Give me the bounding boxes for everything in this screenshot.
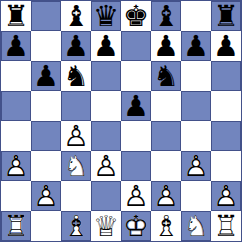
square-c6[interactable]: ♞	[61, 61, 91, 91]
square-g1[interactable]: ♞♘	[181, 211, 211, 241]
white-knight-outline: ♘	[61, 151, 91, 181]
white-pawn-outline: ♙	[211, 181, 241, 211]
black-pawn[interactable]: ♟	[181, 31, 211, 61]
white-pawn[interactable]: ♟♙	[1, 151, 31, 181]
square-h8[interactable]: ♜	[211, 1, 241, 31]
white-queen[interactable]: ♛♕	[91, 211, 121, 241]
white-pawn-outline: ♙	[121, 181, 151, 211]
black-pawn[interactable]: ♟	[121, 91, 151, 121]
white-bishop-outline: ♗	[151, 211, 181, 241]
square-d4[interactable]	[91, 121, 121, 151]
square-e4[interactable]	[121, 121, 151, 151]
square-h1[interactable]: ♜♖	[211, 211, 241, 241]
black-pawn[interactable]: ♟	[211, 31, 241, 61]
square-d3[interactable]: ♟♙	[91, 151, 121, 181]
black-pawn[interactable]: ♟	[61, 31, 91, 61]
square-f4[interactable]	[151, 121, 181, 151]
white-pawn-outline: ♙	[61, 121, 91, 151]
square-b8[interactable]	[31, 1, 61, 31]
square-e8[interactable]: ♚	[121, 1, 151, 31]
square-c2[interactable]	[61, 181, 91, 211]
square-f1[interactable]: ♝♗	[151, 211, 181, 241]
black-queen[interactable]: ♛	[91, 1, 121, 31]
white-king-outline: ♔	[121, 211, 151, 241]
white-pawn-outline: ♙	[31, 181, 61, 211]
white-pawn[interactable]: ♟♙	[211, 181, 241, 211]
square-f3[interactable]	[151, 151, 181, 181]
black-knight[interactable]: ♞	[61, 61, 91, 91]
black-pawn[interactable]: ♟	[1, 31, 31, 61]
square-a4[interactable]	[1, 121, 31, 151]
square-g6[interactable]	[181, 61, 211, 91]
black-rook[interactable]: ♜	[211, 1, 241, 31]
white-knight-outline: ♘	[181, 211, 211, 241]
square-g3[interactable]: ♟♙	[181, 151, 211, 181]
square-h7[interactable]: ♟	[211, 31, 241, 61]
square-a3[interactable]: ♟♙	[1, 151, 31, 181]
square-a1[interactable]: ♜♖	[1, 211, 31, 241]
white-king[interactable]: ♚♔	[121, 211, 151, 241]
white-rook-outline: ♖	[1, 211, 31, 241]
black-rook[interactable]: ♜	[1, 1, 31, 31]
black-pawn[interactable]: ♟	[31, 61, 61, 91]
square-a2[interactable]	[1, 181, 31, 211]
black-king[interactable]: ♚	[121, 1, 151, 31]
square-d8[interactable]: ♛	[91, 1, 121, 31]
square-a5[interactable]	[1, 91, 31, 121]
white-pawn[interactable]: ♟♙	[31, 181, 61, 211]
white-rook[interactable]: ♜♖	[1, 211, 31, 241]
square-g7[interactable]: ♟	[181, 31, 211, 61]
square-f6[interactable]: ♞	[151, 61, 181, 91]
black-pawn[interactable]: ♟	[91, 31, 121, 61]
square-b4[interactable]	[31, 121, 61, 151]
black-pawn[interactable]: ♟	[151, 31, 181, 61]
white-pawn[interactable]: ♟♙	[91, 151, 121, 181]
white-pawn[interactable]: ♟♙	[121, 181, 151, 211]
square-b1[interactable]	[31, 211, 61, 241]
square-h4[interactable]	[211, 121, 241, 151]
white-rook[interactable]: ♜♖	[211, 211, 241, 241]
white-knight[interactable]: ♞♘	[61, 151, 91, 181]
square-c4[interactable]: ♟♙	[61, 121, 91, 151]
square-e6[interactable]	[121, 61, 151, 91]
square-a8[interactable]: ♜	[1, 1, 31, 31]
square-c8[interactable]: ♝	[61, 1, 91, 31]
square-g4[interactable]	[181, 121, 211, 151]
black-bishop[interactable]: ♝	[61, 1, 91, 31]
square-g8[interactable]	[181, 1, 211, 31]
white-bishop[interactable]: ♝♗	[151, 211, 181, 241]
white-bishop-outline: ♗	[61, 211, 91, 241]
black-knight[interactable]: ♞	[151, 61, 181, 91]
chess-board: ♜♝♛♚♝♜♟♟♟♟♟♟♟♞♞♟♟♙♟♙♞♘♟♙♟♙♟♙♟♙♟♙♟♙♜♖♝♗♛♕…	[0, 0, 242, 242]
square-b3[interactable]	[31, 151, 61, 181]
square-d2[interactable]	[91, 181, 121, 211]
square-e2[interactable]: ♟♙	[121, 181, 151, 211]
white-rook-outline: ♖	[211, 211, 241, 241]
white-pawn-outline: ♙	[91, 151, 121, 181]
white-pawn[interactable]: ♟♙	[181, 151, 211, 181]
square-g2[interactable]	[181, 181, 211, 211]
white-pawn-outline: ♙	[181, 151, 211, 181]
white-queen-outline: ♕	[91, 211, 121, 241]
square-d5[interactable]	[91, 91, 121, 121]
white-bishop[interactable]: ♝♗	[61, 211, 91, 241]
square-f7[interactable]: ♟	[151, 31, 181, 61]
square-b7[interactable]	[31, 31, 61, 61]
black-bishop[interactable]: ♝	[151, 1, 181, 31]
square-d6[interactable]	[91, 61, 121, 91]
square-e3[interactable]	[121, 151, 151, 181]
square-e5[interactable]: ♟	[121, 91, 151, 121]
square-h2[interactable]: ♟♙	[211, 181, 241, 211]
square-a6[interactable]	[1, 61, 31, 91]
square-c1[interactable]: ♝♗	[61, 211, 91, 241]
white-pawn[interactable]: ♟♙	[151, 181, 181, 211]
white-knight[interactable]: ♞♘	[181, 211, 211, 241]
square-d7[interactable]: ♟	[91, 31, 121, 61]
white-pawn-outline: ♙	[1, 151, 31, 181]
square-a7[interactable]: ♟	[1, 31, 31, 61]
square-e1[interactable]: ♚♔	[121, 211, 151, 241]
square-b2[interactable]: ♟♙	[31, 181, 61, 211]
square-g5[interactable]	[181, 91, 211, 121]
white-pawn-outline: ♙	[151, 181, 181, 211]
square-b5[interactable]	[31, 91, 61, 121]
square-d1[interactable]: ♛♕	[91, 211, 121, 241]
square-f2[interactable]: ♟♙	[151, 181, 181, 211]
square-c3[interactable]: ♞♘	[61, 151, 91, 181]
white-pawn[interactable]: ♟♙	[61, 121, 91, 151]
square-h5[interactable]	[211, 91, 241, 121]
square-c5[interactable]	[61, 91, 91, 121]
square-c7[interactable]: ♟	[61, 31, 91, 61]
square-b6[interactable]: ♟	[31, 61, 61, 91]
square-f5[interactable]	[151, 91, 181, 121]
square-e7[interactable]	[121, 31, 151, 61]
square-h6[interactable]	[211, 61, 241, 91]
square-h3[interactable]	[211, 151, 241, 181]
square-f8[interactable]: ♝	[151, 1, 181, 31]
